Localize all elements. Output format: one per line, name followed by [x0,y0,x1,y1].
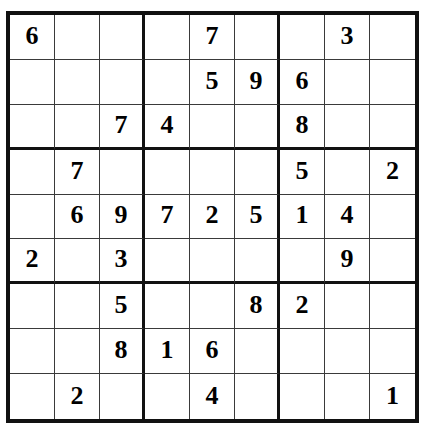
given-digit: 6 [71,202,84,228]
cell-r2c1[interactable] [10,60,55,105]
given-digit: 6 [26,23,39,49]
cell-r6c7[interactable] [280,239,325,284]
cell-r6c5[interactable] [190,239,235,284]
cell-r2c2[interactable] [55,60,100,105]
given-digit: 4 [161,112,174,138]
cell-r9c9[interactable]: 1 [370,374,415,419]
cell-r8c9[interactable] [370,329,415,374]
cell-r5c9[interactable] [370,195,415,240]
cell-r1c8[interactable]: 3 [325,15,370,60]
cell-r5c1[interactable] [10,195,55,240]
cell-r8c6[interactable] [235,329,280,374]
cell-r9c4[interactable] [145,374,190,419]
cell-r7c8[interactable] [325,284,370,329]
given-digit: 7 [115,112,128,138]
cell-r3c2[interactable] [55,105,100,150]
cell-r9c7[interactable] [280,374,325,419]
cell-r7c4[interactable] [145,284,190,329]
cell-r5c2[interactable]: 6 [55,195,100,240]
cell-r1c9[interactable] [370,15,415,60]
given-digit: 2 [206,202,219,228]
given-digit: 6 [206,337,219,363]
given-digit: 9 [341,246,354,272]
cell-r8c8[interactable] [325,329,370,374]
cell-r9c1[interactable] [10,374,55,419]
given-digit: 3 [341,23,354,49]
cell-r4c7[interactable]: 5 [280,150,325,195]
cell-r3c7[interactable]: 8 [280,105,325,150]
cell-r7c7[interactable]: 2 [280,284,325,329]
given-digit: 2 [26,246,39,272]
cell-r1c7[interactable] [280,15,325,60]
cell-r4c8[interactable] [325,150,370,195]
cell-r1c1[interactable]: 6 [10,15,55,60]
cell-r8c1[interactable] [10,329,55,374]
cell-r5c5[interactable]: 2 [190,195,235,240]
given-digit: 7 [161,202,174,228]
cell-r3c5[interactable] [190,105,235,150]
cell-r7c6[interactable]: 8 [235,284,280,329]
cell-r4c3[interactable] [100,150,145,195]
cell-r9c3[interactable] [100,374,145,419]
cell-r9c2[interactable]: 2 [55,374,100,419]
cell-r7c1[interactable] [10,284,55,329]
cell-r8c7[interactable] [280,329,325,374]
cell-r8c4[interactable]: 1 [145,329,190,374]
cell-r6c1[interactable]: 2 [10,239,55,284]
cell-r4c2[interactable]: 7 [55,150,100,195]
given-digit: 6 [296,68,309,94]
given-digit: 5 [206,68,219,94]
cell-r4c4[interactable] [145,150,190,195]
cell-r5c7[interactable]: 1 [280,195,325,240]
cell-r1c6[interactable] [235,15,280,60]
cell-r6c8[interactable]: 9 [325,239,370,284]
cell-r2c4[interactable] [145,60,190,105]
cell-r4c1[interactable] [10,150,55,195]
given-digit: 5 [296,158,309,184]
cell-r1c5[interactable]: 7 [190,15,235,60]
cell-r5c6[interactable]: 5 [235,195,280,240]
cell-r5c3[interactable]: 9 [100,195,145,240]
given-digit: 5 [250,202,263,228]
cell-r7c2[interactable] [55,284,100,329]
cell-r1c2[interactable] [55,15,100,60]
cell-r3c9[interactable] [370,105,415,150]
given-digit: 8 [250,292,263,318]
given-digit: 1 [296,202,309,228]
given-digit: 8 [296,112,309,138]
given-digit: 2 [71,383,84,409]
given-digit: 8 [115,337,128,363]
cell-r3c3[interactable]: 7 [100,105,145,150]
cell-r3c4[interactable]: 4 [145,105,190,150]
cell-r1c3[interactable] [100,15,145,60]
cell-r8c2[interactable] [55,329,100,374]
cell-r4c6[interactable] [235,150,280,195]
cell-r7c9[interactable] [370,284,415,329]
given-digit: 4 [206,383,219,409]
page: 6735967487526972514239582816241 [0,0,425,432]
given-digit: 9 [250,68,263,94]
cell-r9c5[interactable]: 4 [190,374,235,419]
cell-r1c4[interactable] [145,15,190,60]
given-digit: 2 [296,292,309,318]
given-digit: 5 [115,292,128,318]
cell-r6c4[interactable] [145,239,190,284]
given-digit: 9 [115,202,128,228]
cell-r2c5[interactable]: 5 [190,60,235,105]
cell-r6c3[interactable]: 3 [100,239,145,284]
given-digit: 4 [341,202,354,228]
cell-r4c5[interactable] [190,150,235,195]
cell-r6c6[interactable] [235,239,280,284]
cell-r3c8[interactable] [325,105,370,150]
cell-r5c8[interactable]: 4 [325,195,370,240]
cell-r5c4[interactable]: 7 [145,195,190,240]
cell-r8c5[interactable]: 6 [190,329,235,374]
cell-r9c8[interactable] [325,374,370,419]
cell-r4c9[interactable]: 2 [370,150,415,195]
sudoku-board: 6735967487526972514239582816241 [6,11,419,423]
given-digit: 7 [206,23,219,49]
given-digit: 3 [115,246,128,272]
cell-r8c3[interactable]: 8 [100,329,145,374]
cell-r6c2[interactable] [55,239,100,284]
given-digit: 7 [71,158,84,184]
cell-r2c8[interactable] [325,60,370,105]
cell-r2c7[interactable]: 6 [280,60,325,105]
cell-r3c1[interactable] [10,105,55,150]
cell-r7c3[interactable]: 5 [100,284,145,329]
cell-r2c6[interactable]: 9 [235,60,280,105]
cell-r7c5[interactable] [190,284,235,329]
cell-r3c6[interactable] [235,105,280,150]
cell-r2c3[interactable] [100,60,145,105]
given-digit: 2 [386,158,399,184]
given-digit: 1 [161,337,174,363]
cell-r9c6[interactable] [235,374,280,419]
cell-r2c9[interactable] [370,60,415,105]
cell-r6c9[interactable] [370,239,415,284]
given-digit: 1 [386,383,399,409]
